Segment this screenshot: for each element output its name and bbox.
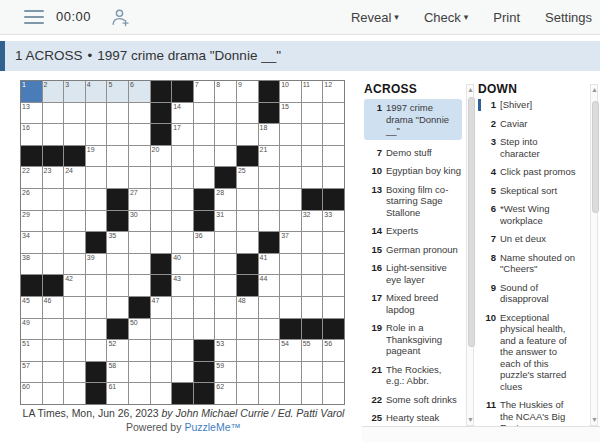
down-clue-7[interactable]: 7Un et deux <box>478 233 584 245</box>
down-header: DOWN <box>478 82 517 96</box>
cell-number: 37 <box>281 232 289 240</box>
puzzleme-link[interactable]: PuzzleMe™ <box>184 421 241 433</box>
clue-text: Light-sensitive eye layer <box>386 262 462 285</box>
cell-r5c13[interactable] <box>280 167 301 188</box>
cell-r14c2[interactable] <box>43 362 64 383</box>
cell-number: 26 <box>22 189 30 197</box>
across-clue-13[interactable]: 13Boxing film co-starring Sage Stallone <box>364 184 462 219</box>
cell-r13c1[interactable]: 51 <box>21 340 42 361</box>
cell-r8c7[interactable] <box>151 232 172 253</box>
cell-r8c6[interactable] <box>129 232 150 253</box>
cell-r6c8[interactable] <box>172 189 193 210</box>
cell-r10c12[interactable]: 44 <box>259 275 280 296</box>
cell-r11c8[interactable] <box>172 297 193 318</box>
cell-number: 16 <box>22 124 30 132</box>
clue-number: 13 <box>369 184 382 219</box>
person-add-icon[interactable] <box>110 7 130 27</box>
cell-r15c7[interactable] <box>151 383 172 404</box>
cell-r15c13[interactable] <box>280 383 301 404</box>
reveal-label: Reveal <box>351 10 391 25</box>
cell-r15c12[interactable] <box>259 383 280 404</box>
cell-r1c6[interactable]: 6 <box>129 81 150 102</box>
cell-r15c6[interactable] <box>129 383 150 404</box>
cell-r5c15[interactable] <box>323 167 344 188</box>
cell-r3c14[interactable] <box>302 124 323 145</box>
cell-number: 10 <box>281 81 289 89</box>
across-clue-10[interactable]: 10Egyptian boy king <box>364 165 462 177</box>
cell-number: 43 <box>173 275 181 283</box>
cell-r1c11[interactable]: 9 <box>237 81 258 102</box>
cell-r12c8[interactable] <box>172 319 193 340</box>
cell-r14c14[interactable] <box>302 362 323 383</box>
cell-r10c10[interactable] <box>215 275 236 296</box>
cell-r15c10[interactable]: 62 <box>215 383 236 404</box>
cell-r2c13[interactable]: 15 <box>280 103 301 124</box>
cell-number: 15 <box>281 103 289 111</box>
black-cell-r8c4 <box>86 232 107 253</box>
cell-r4c7[interactable]: 20 <box>151 146 172 167</box>
cell-r4c5[interactable] <box>107 146 128 167</box>
cell-r11c7[interactable]: 47 <box>151 297 172 318</box>
cell-number: 12 <box>324 81 332 89</box>
cell-r1c15[interactable]: 12 <box>323 81 344 102</box>
cell-number: 3 <box>65 81 69 89</box>
cell-r6c3[interactable] <box>64 189 85 210</box>
down-clue-list: 1[Shiver]2Caviar3Step into character4Cli… <box>478 99 584 427</box>
cell-r13c12[interactable] <box>259 340 280 361</box>
cell-r1c3[interactable]: 3 <box>64 81 85 102</box>
cell-r6c4[interactable] <box>86 189 107 210</box>
clue-number: 21 <box>369 364 382 387</box>
cell-r8c1[interactable]: 34 <box>21 232 42 253</box>
cell-r9c10[interactable] <box>215 254 236 275</box>
cell-r2c2[interactable] <box>43 103 64 124</box>
cell-r9c12[interactable]: 41 <box>259 254 280 275</box>
cell-r3c13[interactable] <box>280 124 301 145</box>
cell-r10c15[interactable] <box>323 275 344 296</box>
toolbar: 00:00 Reveal▾ Check▾ Print Settings <box>0 0 600 35</box>
cell-r9c1[interactable]: 38 <box>21 254 42 275</box>
black-cell-r14c9 <box>194 362 215 383</box>
cell-r5c7[interactable] <box>151 167 172 188</box>
cell-r9c2[interactable] <box>43 254 64 275</box>
cell-r14c1[interactable]: 57 <box>21 362 42 383</box>
cell-r8c13[interactable]: 37 <box>280 232 301 253</box>
cell-number: 14 <box>173 103 181 111</box>
cell-r11c3[interactable] <box>64 297 85 318</box>
cell-r8c2[interactable] <box>43 232 64 253</box>
cell-r10c4[interactable] <box>86 275 107 296</box>
black-cell-r15c4 <box>86 383 107 404</box>
clue-text: Exceptional physical health, and a featu… <box>500 312 578 393</box>
cell-r12c9[interactable] <box>194 319 215 340</box>
cell-r12c4[interactable] <box>86 319 107 340</box>
cell-r14c15[interactable] <box>323 362 344 383</box>
clue-number: 1 <box>369 102 382 137</box>
cell-r14c3[interactable] <box>64 362 85 383</box>
cell-r8c3[interactable] <box>64 232 85 253</box>
cell-number: 27 <box>130 189 138 197</box>
cell-r13c2[interactable] <box>43 340 64 361</box>
cell-r14c11[interactable] <box>237 362 258 383</box>
scroll-down-icon[interactable]: ▼ <box>467 415 473 425</box>
across-clue-1[interactable]: 11997 crime drama "Donnie __" <box>364 99 462 140</box>
cell-r8c15[interactable] <box>323 232 344 253</box>
clue-number: 14 <box>369 225 382 237</box>
cell-r8c11[interactable] <box>237 232 258 253</box>
cell-r11c15[interactable] <box>323 297 344 318</box>
clue-number: 10 <box>483 312 496 393</box>
cell-r4c9[interactable] <box>194 146 215 167</box>
cell-r14c12[interactable] <box>259 362 280 383</box>
cell-number: 35 <box>108 232 116 240</box>
down-clue-1[interactable]: 1[Shiver] <box>478 99 584 111</box>
clue-text: Step into character <box>500 136 578 159</box>
cell-number: 22 <box>22 167 30 175</box>
cell-r4c6[interactable] <box>129 146 150 167</box>
cell-number: 51 <box>22 340 30 348</box>
cell-r11c14[interactable] <box>302 297 323 318</box>
across-clue-list: 11997 crime drama "Donnie __"7Demo stuff… <box>364 99 462 427</box>
cell-r11c13[interactable] <box>280 297 301 318</box>
chevron-down-icon: ▾ <box>394 13 399 22</box>
cell-r13c6[interactable] <box>129 340 150 361</box>
cell-r14c6[interactable] <box>129 362 150 383</box>
black-cell-r4c11 <box>237 146 258 167</box>
clue-text: Sound of disapproval <box>500 282 578 305</box>
cell-r15c1[interactable]: 60 <box>21 383 42 404</box>
cell-r7c4[interactable] <box>86 211 107 232</box>
cell-number: 25 <box>238 167 246 175</box>
cell-r11c5[interactable] <box>107 297 128 318</box>
cell-r6c6[interactable]: 27 <box>129 189 150 210</box>
cell-r8c10[interactable] <box>215 232 236 253</box>
cell-r3c10[interactable] <box>215 124 236 145</box>
cell-r14c7[interactable] <box>151 362 172 383</box>
cell-r15c11[interactable] <box>237 383 258 404</box>
cell-r6c10[interactable]: 28 <box>215 189 236 210</box>
across-clue-15[interactable]: 15German pronoun <box>364 244 462 256</box>
cell-r13c7[interactable] <box>151 340 172 361</box>
down-clue-6[interactable]: 6*West Wing workplace <box>478 203 584 226</box>
powered-prefix: Powered by <box>126 421 181 433</box>
cell-r7c2[interactable] <box>43 211 64 232</box>
cell-number: 17 <box>173 124 181 132</box>
cell-r5c5[interactable] <box>107 167 128 188</box>
cell-r7c1[interactable]: 29 <box>21 211 42 232</box>
clue-number: 3 <box>483 136 496 159</box>
clue-number: 8 <box>483 252 496 275</box>
cell-r4c14[interactable] <box>302 146 323 167</box>
cell-r5c2[interactable]: 23 <box>43 167 64 188</box>
cell-r1c14[interactable]: 11 <box>302 81 323 102</box>
cell-r1c2[interactable]: 2 <box>43 81 64 102</box>
black-cell-r6c14 <box>302 189 323 210</box>
cell-r5c6[interactable] <box>129 167 150 188</box>
scroll-up-icon[interactable]: ▲ <box>591 85 597 95</box>
active-clue-bar[interactable]: 1 ACROSS•1997 crime drama "Donnie __" <box>0 41 600 71</box>
cell-r11c12[interactable] <box>259 297 280 318</box>
cell-r7c3[interactable] <box>64 211 85 232</box>
cell-r5c3[interactable]: 24 <box>64 167 85 188</box>
cell-r13c15[interactable]: 56 <box>323 340 344 361</box>
cell-r1c13[interactable]: 10 <box>280 81 301 102</box>
down-clue-8[interactable]: 8Name shouted on "Cheers" <box>478 252 584 275</box>
cell-number: 60 <box>22 383 30 391</box>
clue-text: Skeptical sort <box>500 185 578 197</box>
cell-r13c14[interactable]: 55 <box>302 340 323 361</box>
cell-r6c11[interactable] <box>237 189 258 210</box>
cell-r9c14[interactable] <box>302 254 323 275</box>
clue-text: Experts <box>386 225 462 237</box>
black-cell-r12c5 <box>107 319 128 340</box>
across-clue-17[interactable]: 17Mixed breed lapdog <box>364 292 462 315</box>
cell-r14c13[interactable] <box>280 362 301 383</box>
cell-r10c13[interactable] <box>280 275 301 296</box>
black-cell-r6c15 <box>323 189 344 210</box>
cell-r5c14[interactable] <box>302 167 323 188</box>
cell-r15c2[interactable] <box>43 383 64 404</box>
cell-r10c9[interactable] <box>194 275 215 296</box>
cell-r10c8[interactable]: 43 <box>172 275 193 296</box>
cell-number: 57 <box>22 362 30 370</box>
cell-r5c11[interactable]: 25 <box>237 167 258 188</box>
cell-r12c1[interactable]: 49 <box>21 319 42 340</box>
cell-r10c5[interactable] <box>107 275 128 296</box>
cell-r13c11[interactable] <box>237 340 258 361</box>
cell-r14c10[interactable]: 59 <box>215 362 236 383</box>
down-clue-4[interactable]: 4Click past promos <box>478 166 584 178</box>
cell-r3c1[interactable]: 16 <box>21 124 42 145</box>
cell-r13c5[interactable]: 52 <box>107 340 128 361</box>
cell-r9c4[interactable]: 39 <box>86 254 107 275</box>
cell-r6c2[interactable] <box>43 189 64 210</box>
reveal-button[interactable]: Reveal▾ <box>351 10 399 25</box>
puzzle-byline: by John Michael Currie / Ed. Patti Varol <box>162 407 345 419</box>
cell-number: 24 <box>65 167 73 175</box>
cell-r5c8[interactable] <box>172 167 193 188</box>
cell-r3c11[interactable] <box>237 124 258 145</box>
cell-number: 48 <box>238 297 246 305</box>
cell-r7c12[interactable] <box>259 211 280 232</box>
down-scrollbar[interactable]: ▲ ▼ <box>590 84 598 426</box>
cell-r12c3[interactable] <box>64 319 85 340</box>
cell-r8c14[interactable] <box>302 232 323 253</box>
cell-r2c15[interactable] <box>323 103 344 124</box>
cell-number: 8 <box>216 81 220 89</box>
cell-number: 28 <box>216 189 224 197</box>
cell-r12c6[interactable]: 50 <box>129 319 150 340</box>
across-clue-7[interactable]: 7Demo stuff <box>364 147 462 159</box>
down-clue-10[interactable]: 10Exceptional physical health, and a fea… <box>478 312 584 393</box>
cell-r11c1[interactable]: 45 <box>21 297 42 318</box>
cell-r3c15[interactable] <box>323 124 344 145</box>
cell-r11c11[interactable]: 48 <box>237 297 258 318</box>
puzzle-credits: LA Times, Mon, Jun 26, 2023 by John Mich… <box>20 407 347 419</box>
across-clue-14[interactable]: 14Experts <box>364 225 462 237</box>
cell-r10c3[interactable]: 42 <box>64 275 85 296</box>
cell-r7c14[interactable]: 32 <box>302 211 323 232</box>
cell-r8c8[interactable] <box>172 232 193 253</box>
cell-r1c9[interactable]: 7 <box>194 81 215 102</box>
cell-r6c13[interactable] <box>280 189 301 210</box>
cell-number: 52 <box>108 340 116 348</box>
cell-r13c3[interactable] <box>64 340 85 361</box>
cell-r15c3[interactable] <box>64 383 85 404</box>
check-button[interactable]: Check▾ <box>424 10 468 25</box>
across-clue-19[interactable]: 19Role in a Thanksgiving pageant <box>364 322 462 357</box>
down-clue-2[interactable]: 2Caviar <box>478 118 584 130</box>
cell-r2c9[interactable] <box>194 103 215 124</box>
cell-r12c10[interactable] <box>215 319 236 340</box>
cell-r5c12[interactable] <box>259 167 280 188</box>
print-button[interactable]: Print <box>493 10 520 25</box>
across-scrollbar[interactable]: ▲ ▼ <box>466 84 474 426</box>
cell-r11c9[interactable] <box>194 297 215 318</box>
cell-r1c4[interactable]: 4 <box>86 81 107 102</box>
across-scrollbar-thumb[interactable] <box>468 97 475 347</box>
cell-r4c12[interactable]: 21 <box>259 146 280 167</box>
cell-r3c8[interactable]: 17 <box>172 124 193 145</box>
cell-r7c8[interactable] <box>172 211 193 232</box>
cell-r2c6[interactable] <box>129 103 150 124</box>
cell-r6c12[interactable] <box>259 189 280 210</box>
cell-r4c13[interactable] <box>280 146 301 167</box>
hamburger-menu-icon[interactable] <box>24 10 44 24</box>
cell-r8c5[interactable]: 35 <box>107 232 128 253</box>
cell-r3c3[interactable] <box>64 124 85 145</box>
cell-number: 36 <box>195 232 203 240</box>
cell-r7c15[interactable]: 33 <box>323 211 344 232</box>
black-cell-r4c3 <box>64 146 85 167</box>
cell-r9c3[interactable] <box>64 254 85 275</box>
cell-r15c15[interactable] <box>323 383 344 404</box>
cell-r1c10[interactable]: 8 <box>215 81 236 102</box>
bullet-separator: • <box>88 48 93 63</box>
cell-r3c2[interactable] <box>43 124 64 145</box>
cell-r9c15[interactable] <box>323 254 344 275</box>
cell-r2c4[interactable] <box>86 103 107 124</box>
cell-r6c7[interactable] <box>151 189 172 210</box>
down-clue-3[interactable]: 3Step into character <box>478 136 584 159</box>
cell-r1c1[interactable]: 1 <box>21 81 42 102</box>
clue-text: Boxing film co-starring Sage Stallone <box>386 184 462 219</box>
clue-number: 25 <box>369 412 382 424</box>
cell-r9c9[interactable] <box>194 254 215 275</box>
scroll-down-icon[interactable]: ▼ <box>591 415 597 425</box>
clue-text: The Huskies of the NCAA's Big East <box>500 399 578 427</box>
cell-r9c13[interactable] <box>280 254 301 275</box>
cell-r3c4[interactable] <box>86 124 107 145</box>
cell-r14c8[interactable] <box>172 362 193 383</box>
down-clue-5[interactable]: 5Skeptical sort <box>478 185 584 197</box>
cell-r9c6[interactable] <box>129 254 150 275</box>
cell-r4c4[interactable]: 19 <box>86 146 107 167</box>
cell-r3c6[interactable] <box>129 124 150 145</box>
cell-r12c12[interactable] <box>259 319 280 340</box>
cell-r2c1[interactable]: 13 <box>21 103 42 124</box>
cell-r5c9[interactable] <box>194 167 215 188</box>
cell-r7c6[interactable]: 30 <box>129 211 150 232</box>
cell-r3c5[interactable] <box>107 124 128 145</box>
cell-number: 33 <box>324 211 332 219</box>
cell-r13c8[interactable] <box>172 340 193 361</box>
cell-r4c10[interactable] <box>215 146 236 167</box>
cell-r7c10[interactable]: 31 <box>215 211 236 232</box>
cell-r13c13[interactable]: 54 <box>280 340 301 361</box>
cell-number: 11 <box>303 81 310 89</box>
black-cell-r11c6 <box>129 297 150 318</box>
clue-text: German pronoun <box>386 244 462 256</box>
cell-number: 45 <box>22 297 30 305</box>
clue-number: 2 <box>483 118 496 130</box>
crossword-grid[interactable]: 1234567891011121314151617181920212223242… <box>20 80 345 405</box>
cell-r9c8[interactable]: 40 <box>172 254 193 275</box>
cell-r4c15[interactable] <box>323 146 344 167</box>
cell-r2c10[interactable] <box>215 103 236 124</box>
cell-r15c14[interactable] <box>302 383 323 404</box>
down-clue-11[interactable]: 11The Huskies of the NCAA's Big East <box>478 399 584 427</box>
cell-r2c11[interactable] <box>237 103 258 124</box>
black-cell-r8c12 <box>259 232 280 253</box>
cell-r12c7[interactable] <box>151 319 172 340</box>
cell-r12c11[interactable] <box>237 319 258 340</box>
cell-r2c5[interactable] <box>107 103 128 124</box>
cell-r10c14[interactable] <box>302 275 323 296</box>
clue-text: Some soft drinks <box>386 394 462 406</box>
cell-r11c10[interactable] <box>215 297 236 318</box>
cell-r2c3[interactable] <box>64 103 85 124</box>
cell-r2c8[interactable]: 14 <box>172 103 193 124</box>
scroll-up-icon[interactable]: ▲ <box>467 85 473 95</box>
cell-r2c14[interactable] <box>302 103 323 124</box>
down-scrollbar-thumb[interactable] <box>592 101 599 213</box>
cell-number: 30 <box>130 211 138 219</box>
cell-r5c4[interactable] <box>86 167 107 188</box>
cell-r1c5[interactable]: 5 <box>107 81 128 102</box>
cell-number: 39 <box>87 254 95 262</box>
cell-r10c6[interactable] <box>129 275 150 296</box>
cell-r11c4[interactable] <box>86 297 107 318</box>
down-clue-9[interactable]: 9Sound of disapproval <box>478 282 584 305</box>
cell-r7c11[interactable] <box>237 211 258 232</box>
cell-number: 13 <box>22 103 30 111</box>
cell-r4c8[interactable] <box>172 146 193 167</box>
cell-r3c9[interactable] <box>194 124 215 145</box>
across-clue-25[interactable]: 25Hearty steak <box>364 412 462 424</box>
settings-button[interactable]: Settings <box>545 10 592 25</box>
cell-r13c10[interactable]: 53 <box>215 340 236 361</box>
cell-r6c1[interactable]: 26 <box>21 189 42 210</box>
cell-r7c7[interactable] <box>151 211 172 232</box>
cell-r9c5[interactable] <box>107 254 128 275</box>
cell-r13c4[interactable] <box>86 340 107 361</box>
clue-text: *West Wing workplace <box>500 203 578 226</box>
cell-r14c5[interactable]: 58 <box>107 362 128 383</box>
cell-r7c13[interactable] <box>280 211 301 232</box>
cell-r12c2[interactable] <box>43 319 64 340</box>
across-clue-22[interactable]: 22Some soft drinks <box>364 394 462 406</box>
across-clue-16[interactable]: 16Light-sensitive eye layer <box>364 262 462 285</box>
cell-r11c2[interactable]: 46 <box>43 297 64 318</box>
across-clue-21[interactable]: 21The Rockies, e.g.: Abbr. <box>364 364 462 387</box>
cell-r15c5[interactable]: 61 <box>107 383 128 404</box>
cell-number: 58 <box>108 362 116 370</box>
cell-r3c12[interactable]: 18 <box>259 124 280 145</box>
cell-r8c9[interactable]: 36 <box>194 232 215 253</box>
clue-number: 17 <box>369 292 382 315</box>
cell-r5c1[interactable]: 22 <box>21 167 42 188</box>
